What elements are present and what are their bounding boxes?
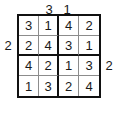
cell-r1c2[interactable]: 1 [39, 16, 59, 36]
cell-r4c3[interactable]: 2 [59, 76, 79, 96]
clue-top-col3: 1 [57, 3, 77, 14]
cell-r4c4[interactable]: 4 [79, 76, 99, 96]
cell-r1c4[interactable]: 2 [79, 16, 99, 36]
clue-left-row2: 2 [0, 36, 16, 56]
cell-r2c4[interactable]: 1 [79, 36, 99, 56]
cell-r4c1[interactable]: 1 [19, 76, 39, 96]
cell-r3c3[interactable]: 1 [59, 56, 79, 76]
cell-r3c4[interactable]: 3 [79, 56, 99, 76]
cell-r2c1[interactable]: 2 [19, 36, 39, 56]
cell-r1c3[interactable]: 4 [59, 16, 79, 36]
puzzle-board: 3 1 4 2 2 4 3 1 4 2 1 3 1 3 2 4 [17, 14, 101, 98]
cell-r2c3[interactable]: 3 [59, 36, 79, 56]
cell-r1c1[interactable]: 3 [19, 16, 39, 36]
cell-r2c2[interactable]: 4 [39, 36, 59, 56]
cell-r3c2[interactable]: 2 [39, 56, 59, 76]
clue-top-col2: 3 [39, 3, 59, 14]
cell-r4c2[interactable]: 3 [39, 76, 59, 96]
cell-r3c1[interactable]: 4 [19, 56, 39, 76]
clue-right-row3: 2 [101, 56, 117, 76]
